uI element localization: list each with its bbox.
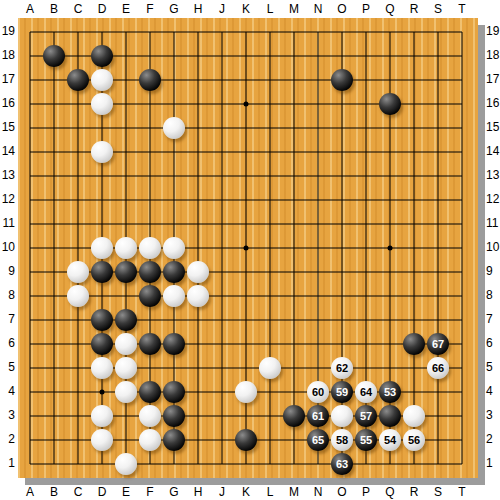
- row-label-left-4: 4: [0, 384, 15, 400]
- row-label-right-15: 15: [486, 120, 500, 136]
- row-label-left-6: 6: [0, 336, 15, 352]
- row-label-right-2: 2: [486, 432, 500, 448]
- stone-black-M3: [283, 405, 305, 427]
- stone-white-D17: [91, 69, 113, 91]
- move-number-56: 56: [403, 429, 425, 451]
- row-label-left-18: 18: [0, 48, 15, 64]
- stone-white-F10: [139, 237, 161, 259]
- move-number-54: 54: [379, 429, 401, 451]
- col-label-top-G: G: [162, 2, 186, 17]
- col-label-top-H: H: [186, 2, 210, 17]
- stone-black-B18: [43, 45, 65, 67]
- col-label-top-P: P: [354, 2, 378, 17]
- stone-black-K2: [235, 429, 257, 451]
- stone-white-E1: [115, 453, 137, 475]
- stone-white-L5: [259, 357, 281, 379]
- row-label-right-9: 9: [486, 264, 500, 280]
- stone-white-R3: [403, 405, 425, 427]
- stone-black-G9: [163, 261, 185, 283]
- row-label-right-1: 1: [486, 456, 500, 472]
- stone-white-D10: [91, 237, 113, 259]
- row-label-left-19: 19: [0, 24, 15, 40]
- stone-black-S6: 67: [427, 333, 449, 355]
- col-label-top-D: D: [90, 2, 114, 17]
- col-label-bottom-H: H: [186, 485, 210, 500]
- stone-white-F2: [139, 429, 161, 451]
- stone-white-R2: 56: [403, 429, 425, 451]
- stone-black-Q3: [379, 405, 401, 427]
- col-label-bottom-S: S: [426, 485, 450, 500]
- row-label-left-17: 17: [0, 72, 15, 88]
- stone-black-Q4: 53: [379, 381, 401, 403]
- row-label-left-7: 7: [0, 312, 15, 328]
- stone-white-E10: [115, 237, 137, 259]
- move-number-60: 60: [307, 381, 329, 403]
- row-label-left-15: 15: [0, 120, 15, 136]
- col-label-top-B: B: [42, 2, 66, 17]
- row-label-right-12: 12: [486, 192, 500, 208]
- stone-black-O4: 59: [331, 381, 353, 403]
- col-label-top-K: K: [234, 2, 258, 17]
- row-label-left-16: 16: [0, 96, 15, 112]
- col-label-bottom-T: T: [450, 485, 474, 500]
- star-point-D4: [100, 390, 105, 395]
- stone-white-P4: 64: [355, 381, 377, 403]
- star-point-K10: [244, 246, 249, 251]
- go-diagram-root: AABBCCDDEEFFGGHHJJKKLLMMNNOOPPQQRRSSTT19…: [0, 0, 500, 500]
- stone-white-E5: [115, 357, 137, 379]
- row-label-left-5: 5: [0, 360, 15, 376]
- row-label-right-16: 16: [486, 96, 500, 112]
- col-label-bottom-N: N: [306, 485, 330, 500]
- row-label-right-8: 8: [486, 288, 500, 304]
- col-label-bottom-C: C: [66, 485, 90, 500]
- col-label-bottom-M: M: [282, 485, 306, 500]
- row-label-left-10: 10: [0, 240, 15, 256]
- stone-black-F4: [139, 381, 161, 403]
- stone-white-O2: 58: [331, 429, 353, 451]
- row-label-right-4: 4: [486, 384, 500, 400]
- col-label-bottom-P: P: [354, 485, 378, 500]
- col-label-top-N: N: [306, 2, 330, 17]
- row-label-left-12: 12: [0, 192, 15, 208]
- row-label-right-3: 3: [486, 408, 500, 424]
- stone-white-S5: 66: [427, 357, 449, 379]
- move-number-58: 58: [331, 429, 353, 451]
- move-number-57: 57: [355, 405, 377, 427]
- stone-black-R6: [403, 333, 425, 355]
- col-label-bottom-L: L: [258, 485, 282, 500]
- col-label-top-A: A: [18, 2, 42, 17]
- row-label-left-11: 11: [0, 216, 15, 232]
- col-label-top-O: O: [330, 2, 354, 17]
- col-label-top-F: F: [138, 2, 162, 17]
- move-number-67: 67: [427, 333, 449, 355]
- stone-black-F8: [139, 285, 161, 307]
- row-label-right-19: 19: [486, 24, 500, 40]
- move-number-53: 53: [379, 381, 401, 403]
- row-label-right-5: 5: [486, 360, 500, 376]
- stone-black-G2: [163, 429, 185, 451]
- stone-white-O5: 62: [331, 357, 353, 379]
- move-number-64: 64: [355, 381, 377, 403]
- stone-white-G10: [163, 237, 185, 259]
- stone-black-G3: [163, 405, 185, 427]
- move-number-62: 62: [331, 357, 353, 379]
- col-label-bottom-K: K: [234, 485, 258, 500]
- stone-white-H8: [187, 285, 209, 307]
- stone-black-P3: 57: [355, 405, 377, 427]
- stone-black-F6: [139, 333, 161, 355]
- stone-black-N3: 61: [307, 405, 329, 427]
- col-label-top-Q: Q: [378, 2, 402, 17]
- col-label-top-E: E: [114, 2, 138, 17]
- move-number-63: 63: [331, 453, 353, 475]
- stone-black-F9: [139, 261, 161, 283]
- stone-black-D7: [91, 309, 113, 331]
- col-label-bottom-R: R: [402, 485, 426, 500]
- stone-white-E4: [115, 381, 137, 403]
- stone-white-N4: 60: [307, 381, 329, 403]
- move-number-66: 66: [427, 357, 449, 379]
- stone-black-D9: [91, 261, 113, 283]
- stone-black-D6: [91, 333, 113, 355]
- stone-white-D16: [91, 93, 113, 115]
- stone-white-F3: [139, 405, 161, 427]
- stone-black-C17: [67, 69, 89, 91]
- row-label-right-14: 14: [486, 144, 500, 160]
- move-number-65: 65: [307, 429, 329, 451]
- col-label-bottom-G: G: [162, 485, 186, 500]
- col-label-top-S: S: [426, 2, 450, 17]
- stone-white-D14: [91, 141, 113, 163]
- stone-white-Q2: 54: [379, 429, 401, 451]
- stone-white-E6: [115, 333, 137, 355]
- stone-black-D18: [91, 45, 113, 67]
- stone-black-E9: [115, 261, 137, 283]
- stone-white-D3: [91, 405, 113, 427]
- move-number-55: 55: [355, 429, 377, 451]
- stone-black-O1: 63: [331, 453, 353, 475]
- stone-black-E7: [115, 309, 137, 331]
- stone-black-F17: [139, 69, 161, 91]
- col-label-top-M: M: [282, 2, 306, 17]
- col-label-bottom-F: F: [138, 485, 162, 500]
- stone-white-K4: [235, 381, 257, 403]
- row-label-right-17: 17: [486, 72, 500, 88]
- col-label-top-R: R: [402, 2, 426, 17]
- move-number-61: 61: [307, 405, 329, 427]
- move-number-59: 59: [331, 381, 353, 403]
- row-label-left-9: 9: [0, 264, 15, 280]
- col-label-bottom-A: A: [18, 485, 42, 500]
- col-label-top-C: C: [66, 2, 90, 17]
- stone-black-N2: 65: [307, 429, 329, 451]
- row-label-right-11: 11: [486, 216, 500, 232]
- stone-white-O3: [331, 405, 353, 427]
- stone-black-G4: [163, 381, 185, 403]
- col-label-bottom-D: D: [90, 485, 114, 500]
- go-board[interactable]: 676266605964536157655855545663: [18, 18, 478, 478]
- row-label-right-10: 10: [486, 240, 500, 256]
- row-label-right-7: 7: [486, 312, 500, 328]
- row-label-left-3: 3: [0, 408, 15, 424]
- stone-black-G6: [163, 333, 185, 355]
- star-point-K16: [244, 102, 249, 107]
- row-label-left-1: 1: [0, 456, 15, 472]
- row-label-left-8: 8: [0, 288, 15, 304]
- stone-white-D5: [91, 357, 113, 379]
- row-label-right-13: 13: [486, 168, 500, 184]
- row-label-left-14: 14: [0, 144, 15, 160]
- stone-white-C9: [67, 261, 89, 283]
- stone-black-O17: [331, 69, 353, 91]
- col-label-bottom-O: O: [330, 485, 354, 500]
- row-label-left-13: 13: [0, 168, 15, 184]
- stone-white-H9: [187, 261, 209, 283]
- stone-black-Q16: [379, 93, 401, 115]
- stone-white-C8: [67, 285, 89, 307]
- row-label-right-18: 18: [486, 48, 500, 64]
- col-label-top-L: L: [258, 2, 282, 17]
- row-label-right-6: 6: [486, 336, 500, 352]
- col-label-top-J: J: [210, 2, 234, 17]
- col-label-bottom-J: J: [210, 485, 234, 500]
- col-label-bottom-B: B: [42, 485, 66, 500]
- star-point-Q10: [388, 246, 393, 251]
- row-label-left-2: 2: [0, 432, 15, 448]
- stone-white-G15: [163, 117, 185, 139]
- col-label-bottom-Q: Q: [378, 485, 402, 500]
- stone-white-D2: [91, 429, 113, 451]
- stone-white-G8: [163, 285, 185, 307]
- col-label-bottom-E: E: [114, 485, 138, 500]
- stone-black-P2: 55: [355, 429, 377, 451]
- col-label-top-T: T: [450, 2, 474, 17]
